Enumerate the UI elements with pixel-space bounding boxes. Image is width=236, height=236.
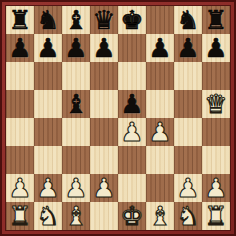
square-f3[interactable] (146, 146, 174, 174)
square-d1[interactable] (90, 202, 118, 230)
square-b8[interactable]: ♞ (34, 6, 62, 34)
square-b7[interactable]: ♟ (34, 34, 62, 62)
square-f4[interactable]: ♟ (146, 118, 174, 146)
piece-white-queen[interactable]: ♛ (204, 90, 227, 118)
piece-white-pawn[interactable]: ♟ (8, 174, 31, 202)
square-d8[interactable]: ♛ (90, 6, 118, 34)
chess-board: ♜♞♝♛♚♞♜♟♟♟♟♟♟♟♝♟♛♟♟♟♟♟♟♟♟♜♞♝♚♝♞♜ (6, 6, 230, 230)
square-f7[interactable]: ♟ (146, 34, 174, 62)
piece-white-pawn[interactable]: ♟ (64, 174, 87, 202)
square-g4[interactable] (174, 118, 202, 146)
piece-white-knight[interactable]: ♞ (36, 202, 59, 230)
square-h1[interactable]: ♜ (202, 202, 230, 230)
square-a5[interactable] (6, 90, 34, 118)
square-c8[interactable]: ♝ (62, 6, 90, 34)
square-d5[interactable] (90, 90, 118, 118)
square-c6[interactable] (62, 62, 90, 90)
piece-white-rook[interactable]: ♜ (8, 202, 31, 230)
piece-black-pawn[interactable]: ♟ (148, 34, 171, 62)
piece-black-pawn[interactable]: ♟ (8, 34, 31, 62)
piece-white-pawn[interactable]: ♟ (120, 118, 143, 146)
square-f5[interactable] (146, 90, 174, 118)
piece-white-bishop[interactable]: ♝ (64, 202, 87, 230)
square-g1[interactable]: ♞ (174, 202, 202, 230)
square-h7[interactable]: ♟ (202, 34, 230, 62)
piece-black-pawn[interactable]: ♟ (64, 34, 87, 62)
square-f8[interactable] (146, 6, 174, 34)
square-f2[interactable] (146, 174, 174, 202)
square-c1[interactable]: ♝ (62, 202, 90, 230)
square-c5[interactable]: ♝ (62, 90, 90, 118)
square-h3[interactable] (202, 146, 230, 174)
square-e3[interactable] (118, 146, 146, 174)
square-d7[interactable]: ♟ (90, 34, 118, 62)
piece-white-knight[interactable]: ♞ (176, 202, 199, 230)
square-h8[interactable]: ♜ (202, 6, 230, 34)
piece-black-knight[interactable]: ♞ (176, 6, 199, 34)
square-d6[interactable] (90, 62, 118, 90)
piece-black-queen[interactable]: ♛ (92, 6, 115, 34)
square-g8[interactable]: ♞ (174, 6, 202, 34)
piece-black-rook[interactable]: ♜ (204, 6, 227, 34)
piece-black-pawn[interactable]: ♟ (92, 34, 115, 62)
square-h2[interactable]: ♟ (202, 174, 230, 202)
square-h5[interactable]: ♛ (202, 90, 230, 118)
square-e6[interactable] (118, 62, 146, 90)
piece-black-rook[interactable]: ♜ (8, 6, 31, 34)
square-f6[interactable] (146, 62, 174, 90)
square-g2[interactable]: ♟ (174, 174, 202, 202)
square-b2[interactable]: ♟ (34, 174, 62, 202)
square-h6[interactable] (202, 62, 230, 90)
square-e5[interactable]: ♟ (118, 90, 146, 118)
square-c2[interactable]: ♟ (62, 174, 90, 202)
square-b3[interactable] (34, 146, 62, 174)
square-d2[interactable]: ♟ (90, 174, 118, 202)
square-b1[interactable]: ♞ (34, 202, 62, 230)
board-frame: ♜♞♝♛♚♞♜♟♟♟♟♟♟♟♝♟♛♟♟♟♟♟♟♟♟♜♞♝♚♝♞♜ (0, 0, 236, 236)
square-d4[interactable] (90, 118, 118, 146)
piece-white-bishop[interactable]: ♝ (148, 202, 171, 230)
square-b4[interactable] (34, 118, 62, 146)
piece-black-bishop[interactable]: ♝ (64, 90, 87, 118)
square-a3[interactable] (6, 146, 34, 174)
piece-white-pawn[interactable]: ♟ (36, 174, 59, 202)
square-b5[interactable] (34, 90, 62, 118)
square-h4[interactable] (202, 118, 230, 146)
square-e2[interactable] (118, 174, 146, 202)
square-d3[interactable] (90, 146, 118, 174)
square-g3[interactable] (174, 146, 202, 174)
square-a6[interactable] (6, 62, 34, 90)
square-a7[interactable]: ♟ (6, 34, 34, 62)
piece-white-pawn[interactable]: ♟ (92, 174, 115, 202)
square-f1[interactable]: ♝ (146, 202, 174, 230)
piece-black-pawn[interactable]: ♟ (120, 90, 143, 118)
piece-black-pawn[interactable]: ♟ (176, 34, 199, 62)
square-a2[interactable]: ♟ (6, 174, 34, 202)
square-g6[interactable] (174, 62, 202, 90)
square-e4[interactable]: ♟ (118, 118, 146, 146)
piece-black-pawn[interactable]: ♟ (36, 34, 59, 62)
piece-black-bishop[interactable]: ♝ (64, 6, 87, 34)
square-g5[interactable] (174, 90, 202, 118)
piece-white-king[interactable]: ♚ (120, 202, 143, 230)
square-a4[interactable] (6, 118, 34, 146)
piece-black-pawn[interactable]: ♟ (204, 34, 227, 62)
square-e1[interactable]: ♚ (118, 202, 146, 230)
piece-white-pawn[interactable]: ♟ (176, 174, 199, 202)
square-a8[interactable]: ♜ (6, 6, 34, 34)
square-b6[interactable] (34, 62, 62, 90)
square-e7[interactable] (118, 34, 146, 62)
piece-white-rook[interactable]: ♜ (204, 202, 227, 230)
square-c7[interactable]: ♟ (62, 34, 90, 62)
square-c4[interactable] (62, 118, 90, 146)
square-a1[interactable]: ♜ (6, 202, 34, 230)
piece-white-pawn[interactable]: ♟ (148, 118, 171, 146)
square-c3[interactable] (62, 146, 90, 174)
piece-black-knight[interactable]: ♞ (36, 6, 59, 34)
square-g7[interactable]: ♟ (174, 34, 202, 62)
square-e8[interactable]: ♚ (118, 6, 146, 34)
piece-black-king[interactable]: ♚ (120, 6, 143, 34)
piece-white-pawn[interactable]: ♟ (204, 174, 227, 202)
